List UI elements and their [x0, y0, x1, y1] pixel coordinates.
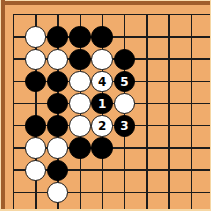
white-stone — [47, 49, 68, 70]
black-stone — [47, 71, 68, 92]
move-1-stone: 1 — [91, 93, 112, 114]
image-right-edge — [210, 0, 212, 211]
white-stone — [25, 26, 46, 47]
white-stone — [47, 182, 68, 203]
white-stone — [69, 71, 90, 92]
black-stone — [91, 26, 112, 47]
black-stone — [69, 49, 90, 70]
black-stone — [69, 137, 90, 158]
black-stone — [114, 49, 135, 70]
black-stone — [91, 137, 112, 158]
black-stone — [47, 115, 68, 136]
black-stone — [69, 26, 90, 47]
move-3-stone: 3 — [114, 115, 135, 136]
black-stone — [25, 71, 46, 92]
go-board: 45123 — [0, 0, 211, 211]
white-stone — [25, 137, 46, 158]
move-2-stone: 2 — [91, 115, 112, 136]
stones-layer: 45123 — [2, 4, 202, 204]
white-stone — [25, 49, 46, 70]
white-stone — [91, 49, 112, 70]
black-stone — [47, 93, 68, 114]
move-5-stone: 5 — [114, 71, 135, 92]
white-stone — [114, 93, 135, 114]
image-bottom-edge — [0, 209, 211, 211]
black-stone — [47, 26, 68, 47]
white-stone — [47, 137, 68, 158]
black-stone — [25, 115, 46, 136]
white-stone — [25, 160, 46, 181]
white-stone — [69, 93, 90, 114]
white-stone — [69, 115, 90, 136]
move-4-stone: 4 — [91, 71, 112, 92]
black-stone — [47, 160, 68, 181]
